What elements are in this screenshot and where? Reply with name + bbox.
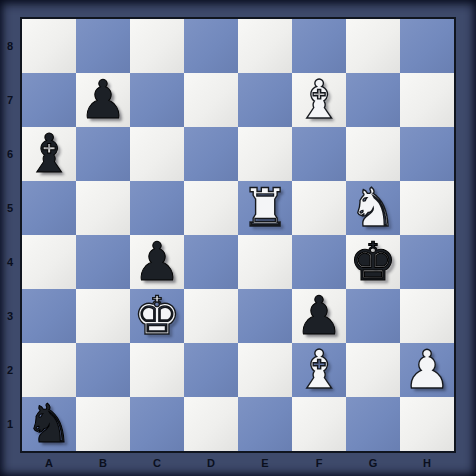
square-f3[interactable]: ♟: [292, 289, 346, 343]
square-c4[interactable]: ♟: [130, 235, 184, 289]
square-g7[interactable]: [346, 73, 400, 127]
square-c3[interactable]: ♚: [130, 289, 184, 343]
square-a2[interactable]: [22, 343, 76, 397]
square-h5[interactable]: [400, 181, 454, 235]
file-label-b: B: [76, 455, 130, 473]
square-d4[interactable]: [184, 235, 238, 289]
piece-black-pawn-c4[interactable]: ♟: [130, 235, 184, 289]
rank-label-3: 3: [0, 289, 20, 343]
square-h6[interactable]: [400, 127, 454, 181]
file-label-g: G: [346, 455, 400, 473]
piece-white-bishop-f2[interactable]: ♝: [292, 343, 346, 397]
square-g6[interactable]: [346, 127, 400, 181]
piece-black-bishop-a6[interactable]: ♝: [22, 127, 76, 181]
piece-white-knight-g5[interactable]: ♞: [346, 181, 400, 235]
square-d7[interactable]: [184, 73, 238, 127]
file-coordinates: ABCDEFGH: [22, 455, 454, 473]
square-f7[interactable]: ♝: [292, 73, 346, 127]
square-f5[interactable]: [292, 181, 346, 235]
square-d5[interactable]: [184, 181, 238, 235]
square-d1[interactable]: [184, 397, 238, 451]
square-h3[interactable]: [400, 289, 454, 343]
square-a4[interactable]: [22, 235, 76, 289]
square-d6[interactable]: [184, 127, 238, 181]
square-c2[interactable]: [130, 343, 184, 397]
square-b2[interactable]: [76, 343, 130, 397]
square-e1[interactable]: [238, 397, 292, 451]
square-f2[interactable]: ♝: [292, 343, 346, 397]
square-e4[interactable]: [238, 235, 292, 289]
square-e2[interactable]: [238, 343, 292, 397]
piece-black-knight-a1[interactable]: ♞: [22, 397, 76, 451]
square-c5[interactable]: [130, 181, 184, 235]
board-frame: ♟♝♝♜♞♟♚♚♟♝♟♞ 87654321 ABCDEFGH: [0, 0, 476, 476]
square-c8[interactable]: [130, 19, 184, 73]
rank-label-8: 8: [0, 19, 20, 73]
file-label-d: D: [184, 455, 238, 473]
square-b5[interactable]: [76, 181, 130, 235]
square-d3[interactable]: [184, 289, 238, 343]
square-g5[interactable]: ♞: [346, 181, 400, 235]
square-b3[interactable]: [76, 289, 130, 343]
file-label-a: A: [22, 455, 76, 473]
square-h4[interactable]: [400, 235, 454, 289]
square-f4[interactable]: [292, 235, 346, 289]
square-e5[interactable]: ♜: [238, 181, 292, 235]
square-b1[interactable]: [76, 397, 130, 451]
piece-black-pawn-f3[interactable]: ♟: [292, 289, 346, 343]
square-e7[interactable]: [238, 73, 292, 127]
rank-label-2: 2: [0, 343, 20, 397]
rank-label-4: 4: [0, 235, 20, 289]
square-c7[interactable]: [130, 73, 184, 127]
square-c1[interactable]: [130, 397, 184, 451]
piece-white-rook-e5[interactable]: ♜: [238, 181, 292, 235]
square-e3[interactable]: [238, 289, 292, 343]
file-label-h: H: [400, 455, 454, 473]
square-h8[interactable]: [400, 19, 454, 73]
rank-coordinates: 87654321: [0, 19, 20, 451]
square-a5[interactable]: [22, 181, 76, 235]
square-f6[interactable]: [292, 127, 346, 181]
rank-label-1: 1: [0, 397, 20, 451]
piece-white-bishop-f7[interactable]: ♝: [292, 73, 346, 127]
square-a3[interactable]: [22, 289, 76, 343]
file-label-f: F: [292, 455, 346, 473]
square-h2[interactable]: ♟: [400, 343, 454, 397]
piece-white-king-c3[interactable]: ♚: [130, 289, 184, 343]
square-g3[interactable]: [346, 289, 400, 343]
piece-black-king-g4[interactable]: ♚: [346, 235, 400, 289]
square-a7[interactable]: [22, 73, 76, 127]
file-label-c: C: [130, 455, 184, 473]
square-b4[interactable]: [76, 235, 130, 289]
square-h1[interactable]: [400, 397, 454, 451]
square-a6[interactable]: ♝: [22, 127, 76, 181]
piece-white-pawn-h2[interactable]: ♟: [400, 343, 454, 397]
square-c6[interactable]: [130, 127, 184, 181]
square-f1[interactable]: [292, 397, 346, 451]
square-h7[interactable]: [400, 73, 454, 127]
square-g1[interactable]: [346, 397, 400, 451]
square-g2[interactable]: [346, 343, 400, 397]
rank-label-7: 7: [0, 73, 20, 127]
square-f8[interactable]: [292, 19, 346, 73]
square-g4[interactable]: ♚: [346, 235, 400, 289]
square-b6[interactable]: [76, 127, 130, 181]
square-b8[interactable]: [76, 19, 130, 73]
square-b7[interactable]: ♟: [76, 73, 130, 127]
square-a8[interactable]: [22, 19, 76, 73]
chess-board: ♟♝♝♜♞♟♚♚♟♝♟♞: [20, 17, 456, 453]
rank-label-5: 5: [0, 181, 20, 235]
piece-black-pawn-b7[interactable]: ♟: [76, 73, 130, 127]
square-e8[interactable]: [238, 19, 292, 73]
rank-label-6: 6: [0, 127, 20, 181]
square-g8[interactable]: [346, 19, 400, 73]
square-e6[interactable]: [238, 127, 292, 181]
square-d2[interactable]: [184, 343, 238, 397]
file-label-e: E: [238, 455, 292, 473]
square-d8[interactable]: [184, 19, 238, 73]
square-a1[interactable]: ♞: [22, 397, 76, 451]
